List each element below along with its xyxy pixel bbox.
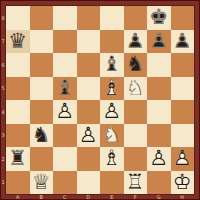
black-pawn: ♟ [171, 30, 195, 54]
square-f8[interactable] [124, 6, 148, 30]
rank-label-6: 6 [0, 62, 6, 68]
square-d6[interactable] [77, 53, 101, 77]
white-pawn: ♙ [147, 147, 171, 171]
square-h5[interactable] [171, 77, 195, 101]
square-f2[interactable] [124, 147, 148, 171]
square-b1[interactable]: ♛♕ [30, 171, 54, 195]
black-bishop-detail: ♗ [53, 77, 77, 101]
square-d2[interactable] [77, 147, 101, 171]
square-b7[interactable] [30, 30, 54, 54]
square-b2[interactable] [30, 147, 54, 171]
file-label-g: G [147, 194, 171, 200]
black-knight-detail: ♘ [124, 53, 148, 77]
black-knight: ♞ [124, 53, 148, 77]
white-pawn-fill: ♟ [100, 100, 124, 124]
square-f3[interactable] [124, 124, 148, 148]
rank-label-2: 2 [0, 156, 6, 162]
white-knight-fill: ♞ [100, 124, 124, 148]
square-b6[interactable] [30, 53, 54, 77]
square-a6[interactable] [6, 53, 30, 77]
square-b5[interactable] [30, 77, 54, 101]
file-label-f: F [124, 194, 148, 200]
square-d7[interactable] [77, 30, 101, 54]
square-e1[interactable] [100, 171, 124, 195]
square-e5[interactable]: ♝♗ [100, 77, 124, 101]
square-a8[interactable] [6, 6, 30, 30]
chess-board-frame: ♚♔♛♕♟♙♟♙♟♙♝♗♞♘♝♗♝♗♞♘♟♙♟♙♞♘♟♙♞♘♜♖♝♗♟♙♟♙♛♕… [0, 0, 200, 200]
white-bishop-fill: ♝ [100, 147, 124, 171]
square-e2[interactable]: ♝♗ [100, 147, 124, 171]
white-pawn-fill: ♟ [77, 124, 101, 148]
square-d1[interactable] [77, 171, 101, 195]
black-rook: ♜ [6, 147, 30, 171]
file-label-d: D [77, 194, 101, 200]
square-h7[interactable]: ♟♙ [171, 30, 195, 54]
rank-label-5: 5 [0, 85, 6, 91]
black-queen: ♛ [6, 30, 30, 54]
square-c5[interactable]: ♝♗ [53, 77, 77, 101]
square-c8[interactable] [53, 6, 77, 30]
black-queen-detail: ♕ [6, 30, 30, 54]
black-pawn-detail: ♙ [171, 30, 195, 54]
black-king: ♚ [147, 6, 171, 30]
white-knight-fill: ♞ [124, 77, 148, 101]
file-label-a: A [6, 194, 30, 200]
black-king-detail: ♔ [147, 6, 171, 30]
file-label-c: C [53, 194, 77, 200]
black-bishop: ♝ [100, 53, 124, 77]
white-king: ♔ [171, 171, 195, 195]
white-queen-fill: ♛ [30, 171, 54, 195]
square-e8[interactable] [100, 6, 124, 30]
white-pawn: ♙ [171, 147, 195, 171]
square-a5[interactable] [6, 77, 30, 101]
white-queen: ♕ [30, 171, 54, 195]
white-knight: ♘ [100, 124, 124, 148]
square-f4[interactable] [124, 100, 148, 124]
square-e7[interactable] [100, 30, 124, 54]
square-c4[interactable]: ♟♙ [53, 100, 77, 124]
square-b3[interactable]: ♞♘ [30, 124, 54, 148]
black-pawn-detail: ♙ [147, 30, 171, 54]
square-h8[interactable] [171, 6, 195, 30]
black-pawn: ♟ [147, 30, 171, 54]
square-g1[interactable] [147, 171, 171, 195]
square-f5[interactable]: ♞♘ [124, 77, 148, 101]
black-rook-detail: ♖ [6, 147, 30, 171]
white-rook: ♖ [124, 171, 148, 195]
square-g6[interactable] [147, 53, 171, 77]
square-f1[interactable]: ♜♖ [124, 171, 148, 195]
white-bishop: ♗ [100, 147, 124, 171]
square-f6[interactable]: ♞♘ [124, 53, 148, 77]
white-pawn-fill: ♟ [147, 147, 171, 171]
square-d4[interactable] [77, 100, 101, 124]
white-knight: ♘ [124, 77, 148, 101]
square-h4[interactable] [171, 100, 195, 124]
square-c6[interactable] [53, 53, 77, 77]
square-e3[interactable]: ♞♘ [100, 124, 124, 148]
white-pawn: ♙ [100, 100, 124, 124]
file-label-b: B [30, 194, 54, 200]
rank-label-8: 8 [0, 15, 6, 21]
square-c1[interactable] [53, 171, 77, 195]
black-knight-detail: ♘ [30, 124, 54, 148]
square-a2[interactable]: ♜♖ [6, 147, 30, 171]
square-b4[interactable] [30, 100, 54, 124]
file-label-e: E [100, 194, 124, 200]
white-pawn: ♙ [53, 100, 77, 124]
white-pawn: ♙ [77, 124, 101, 148]
rank-label-4: 4 [0, 109, 6, 115]
square-a7[interactable]: ♛♕ [6, 30, 30, 54]
square-c2[interactable] [53, 147, 77, 171]
square-a1[interactable] [6, 171, 30, 195]
white-bishop-fill: ♝ [100, 77, 124, 101]
square-g7[interactable]: ♟♙ [147, 30, 171, 54]
square-g8[interactable]: ♚♔ [147, 6, 171, 30]
square-e4[interactable]: ♟♙ [100, 100, 124, 124]
black-bishop: ♝ [53, 77, 77, 101]
square-h1[interactable]: ♚♔ [171, 171, 195, 195]
white-rook-fill: ♜ [124, 171, 148, 195]
square-h3[interactable] [171, 124, 195, 148]
square-g5[interactable] [147, 77, 171, 101]
square-c3[interactable] [53, 124, 77, 148]
square-g4[interactable] [147, 100, 171, 124]
square-g3[interactable] [147, 124, 171, 148]
rank-label-3: 3 [0, 132, 6, 138]
square-b8[interactable] [30, 6, 54, 30]
square-h2[interactable]: ♟♙ [171, 147, 195, 171]
black-bishop-detail: ♗ [100, 53, 124, 77]
white-pawn-fill: ♟ [53, 100, 77, 124]
white-king-fill: ♚ [171, 171, 195, 195]
square-e6[interactable]: ♝♗ [100, 53, 124, 77]
square-d3[interactable]: ♟♙ [77, 124, 101, 148]
square-d5[interactable] [77, 77, 101, 101]
black-knight: ♞ [30, 124, 54, 148]
square-a3[interactable] [6, 124, 30, 148]
chess-board: ♚♔♛♕♟♙♟♙♟♙♝♗♞♘♝♗♝♗♞♘♟♙♟♙♞♘♟♙♞♘♜♖♝♗♟♙♟♙♛♕… [6, 6, 194, 194]
file-label-h: H [171, 194, 195, 200]
square-h6[interactable] [171, 53, 195, 77]
square-a4[interactable] [6, 100, 30, 124]
rank-label-1: 1 [0, 179, 6, 185]
white-pawn-fill: ♟ [171, 147, 195, 171]
black-pawn-detail: ♙ [124, 30, 148, 54]
square-g2[interactable]: ♟♙ [147, 147, 171, 171]
rank-label-7: 7 [0, 38, 6, 44]
square-f7[interactable]: ♟♙ [124, 30, 148, 54]
white-bishop: ♗ [100, 77, 124, 101]
square-d8[interactable] [77, 6, 101, 30]
square-c7[interactable] [53, 30, 77, 54]
black-pawn: ♟ [124, 30, 148, 54]
